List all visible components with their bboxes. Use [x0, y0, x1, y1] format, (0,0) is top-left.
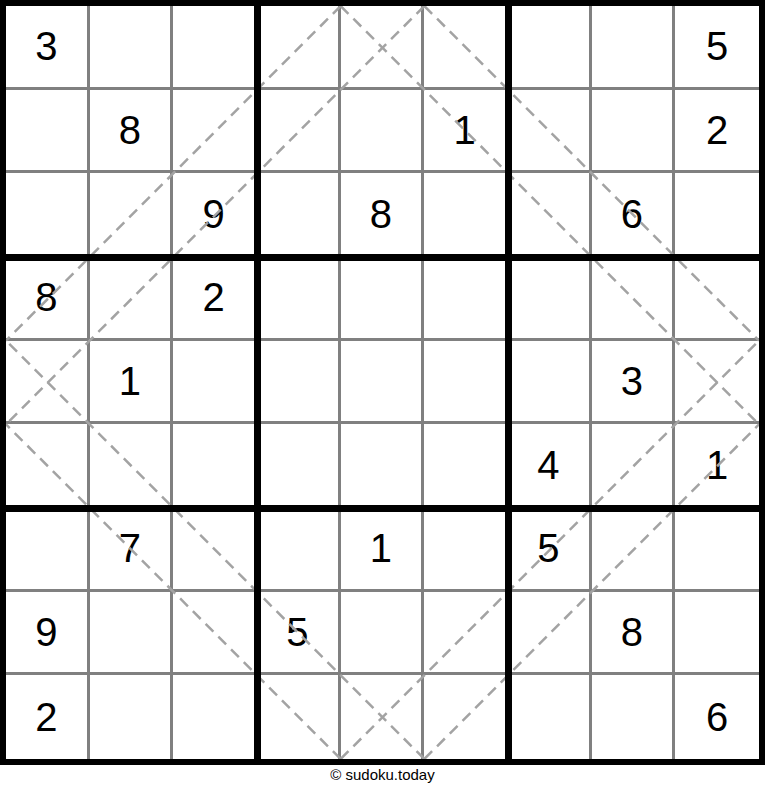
- cell-r5c3[interactable]: [173, 341, 257, 425]
- cell-r9c2[interactable]: [90, 675, 174, 759]
- cell-r3c1[interactable]: [6, 173, 90, 257]
- cell-r6c9: 1: [675, 424, 759, 508]
- cell-r1c6[interactable]: [424, 6, 508, 90]
- cell-r3c4[interactable]: [257, 173, 341, 257]
- cell-r9c7[interactable]: [508, 675, 592, 759]
- cell-r9c1: 2: [6, 675, 90, 759]
- cell-r6c4[interactable]: [257, 424, 341, 508]
- box-divider-horizontal-1: [6, 254, 759, 261]
- cell-r7c5: 1: [341, 508, 425, 592]
- sudoku-grid: 3581298682134171595826: [6, 6, 759, 759]
- cell-r1c8[interactable]: [592, 6, 676, 90]
- cell-r4c5[interactable]: [341, 257, 425, 341]
- cell-r4c4[interactable]: [257, 257, 341, 341]
- cell-r3c6[interactable]: [424, 173, 508, 257]
- cell-r7c6[interactable]: [424, 508, 508, 592]
- cell-r2c7[interactable]: [508, 90, 592, 174]
- cell-r3c2[interactable]: [90, 173, 174, 257]
- cell-r5c4[interactable]: [257, 341, 341, 425]
- cell-r9c5[interactable]: [341, 675, 425, 759]
- cell-r4c2[interactable]: [90, 257, 174, 341]
- cell-r8c1: 9: [6, 592, 90, 676]
- cell-r2c3[interactable]: [173, 90, 257, 174]
- cell-r5c6[interactable]: [424, 341, 508, 425]
- cell-r8c2[interactable]: [90, 592, 174, 676]
- cell-r6c6[interactable]: [424, 424, 508, 508]
- box-divider-vertical-1: [254, 6, 261, 759]
- cell-r8c7[interactable]: [508, 592, 592, 676]
- cell-r7c4[interactable]: [257, 508, 341, 592]
- cell-r1c1: 3: [6, 6, 90, 90]
- cell-r2c8[interactable]: [592, 90, 676, 174]
- cell-r5c1[interactable]: [6, 341, 90, 425]
- cell-r6c7: 4: [508, 424, 592, 508]
- cell-r2c1[interactable]: [6, 90, 90, 174]
- cell-r4c9[interactable]: [675, 257, 759, 341]
- cell-r4c3: 2: [173, 257, 257, 341]
- cell-r7c9[interactable]: [675, 508, 759, 592]
- cell-r8c9[interactable]: [675, 592, 759, 676]
- cell-r4c1: 8: [6, 257, 90, 341]
- cell-r7c2: 7: [90, 508, 174, 592]
- cell-r1c4[interactable]: [257, 6, 341, 90]
- cell-r5c5[interactable]: [341, 341, 425, 425]
- cell-r9c8[interactable]: [592, 675, 676, 759]
- cell-r1c5[interactable]: [341, 6, 425, 90]
- cell-r7c1[interactable]: [6, 508, 90, 592]
- box-divider-horizontal-2: [6, 505, 759, 512]
- cell-r8c6[interactable]: [424, 592, 508, 676]
- cell-r8c4: 5: [257, 592, 341, 676]
- cell-r9c9: 6: [675, 675, 759, 759]
- cell-r2c9: 2: [675, 90, 759, 174]
- sudoku-board: 3581298682134171595826: [0, 0, 765, 765]
- cell-r9c6[interactable]: [424, 675, 508, 759]
- footer-copyright: © sudoku.today: [0, 766, 765, 783]
- cell-r3c3: 9: [173, 173, 257, 257]
- cell-r6c1[interactable]: [6, 424, 90, 508]
- cell-r7c3[interactable]: [173, 508, 257, 592]
- cell-r9c3[interactable]: [173, 675, 257, 759]
- cell-r9c4[interactable]: [257, 675, 341, 759]
- cell-r2c2: 8: [90, 90, 174, 174]
- cell-r5c7[interactable]: [508, 341, 592, 425]
- cell-r1c9: 5: [675, 6, 759, 90]
- cell-r6c8[interactable]: [592, 424, 676, 508]
- cell-r1c3[interactable]: [173, 6, 257, 90]
- cell-r2c6: 1: [424, 90, 508, 174]
- cell-r6c5[interactable]: [341, 424, 425, 508]
- cell-r6c3[interactable]: [173, 424, 257, 508]
- cell-r1c2[interactable]: [90, 6, 174, 90]
- cell-r8c8: 8: [592, 592, 676, 676]
- cell-r6c2[interactable]: [90, 424, 174, 508]
- cell-r7c7: 5: [508, 508, 592, 592]
- cell-r1c7[interactable]: [508, 6, 592, 90]
- cell-r3c8: 6: [592, 173, 676, 257]
- cell-r5c8: 3: [592, 341, 676, 425]
- cell-r5c2: 1: [90, 341, 174, 425]
- cell-r2c5[interactable]: [341, 90, 425, 174]
- cell-r7c8[interactable]: [592, 508, 676, 592]
- cell-r2c4[interactable]: [257, 90, 341, 174]
- cell-r3c9[interactable]: [675, 173, 759, 257]
- cell-r3c5: 8: [341, 173, 425, 257]
- cell-r8c5[interactable]: [341, 592, 425, 676]
- cell-r4c7[interactable]: [508, 257, 592, 341]
- cell-r4c6[interactable]: [424, 257, 508, 341]
- cell-r5c9[interactable]: [675, 341, 759, 425]
- cell-r8c3[interactable]: [173, 592, 257, 676]
- cell-r3c7[interactable]: [508, 173, 592, 257]
- box-divider-vertical-2: [505, 6, 512, 759]
- cell-r4c8[interactable]: [592, 257, 676, 341]
